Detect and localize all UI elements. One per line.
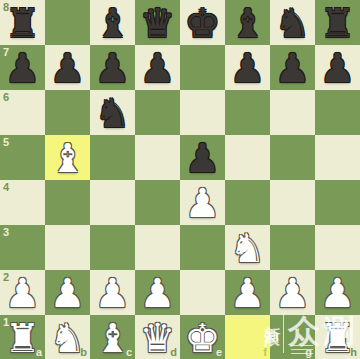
square-a8[interactable]: ♜8 — [0, 0, 45, 45]
square-f2[interactable]: ♟ — [225, 270, 270, 315]
square-f1[interactable]: f — [225, 315, 270, 359]
piece-bP-d7[interactable]: ♟ — [135, 45, 180, 90]
square-b2[interactable]: ♟ — [45, 270, 90, 315]
square-b8[interactable] — [45, 0, 90, 45]
piece-wB-c1[interactable]: ♝ — [90, 315, 135, 359]
square-b5[interactable]: ♝ — [45, 135, 90, 180]
square-a1[interactable]: ♜1a — [0, 315, 45, 359]
square-d6[interactable] — [135, 90, 180, 135]
square-e3[interactable] — [180, 225, 225, 270]
square-f4[interactable] — [225, 180, 270, 225]
piece-wN-f3[interactable]: ♞ — [225, 225, 270, 270]
piece-bP-e5[interactable]: ♟ — [180, 135, 225, 180]
chess-board: ♜8♝♛♚♝♞♜♟7♟♟♟♟♟♟6♞5♝♟4♟3♞♟2♟♟♟♟♟♟♜1a♞b♝c… — [0, 0, 360, 359]
square-a2[interactable]: ♟2 — [0, 270, 45, 315]
piece-bP-a7[interactable]: ♟ — [0, 45, 45, 90]
piece-bQ-d8[interactable]: ♛ — [135, 0, 180, 45]
square-d1[interactable]: ♛d — [135, 315, 180, 359]
square-g7[interactable]: ♟ — [270, 45, 315, 90]
coord-rank-6: 6 — [3, 92, 9, 103]
piece-bP-b7[interactable]: ♟ — [45, 45, 90, 90]
square-e4[interactable]: ♟ — [180, 180, 225, 225]
square-b1[interactable]: ♞b — [45, 315, 90, 359]
square-b6[interactable] — [45, 90, 90, 135]
square-c6[interactable]: ♞ — [90, 90, 135, 135]
piece-bB-c8[interactable]: ♝ — [90, 0, 135, 45]
piece-bB-f8[interactable]: ♝ — [225, 0, 270, 45]
square-g5[interactable] — [270, 135, 315, 180]
coord-rank-4: 4 — [3, 182, 9, 193]
piece-bK-e8[interactable]: ♚ — [180, 0, 225, 45]
square-h4[interactable] — [315, 180, 360, 225]
piece-wB-b5[interactable]: ♝ — [45, 135, 90, 180]
square-b7[interactable]: ♟ — [45, 45, 90, 90]
square-g1[interactable]: g — [270, 315, 315, 359]
square-f3[interactable]: ♞ — [225, 225, 270, 270]
piece-wP-e4[interactable]: ♟ — [180, 180, 225, 225]
piece-bR-h8[interactable]: ♜ — [315, 0, 360, 45]
piece-wP-f2[interactable]: ♟ — [225, 270, 270, 315]
square-c4[interactable] — [90, 180, 135, 225]
square-a6[interactable]: 6 — [0, 90, 45, 135]
coord-file-f: f — [263, 347, 267, 358]
piece-wP-b2[interactable]: ♟ — [45, 270, 90, 315]
square-a4[interactable]: 4 — [0, 180, 45, 225]
square-h7[interactable]: ♟ — [315, 45, 360, 90]
piece-wN-b1[interactable]: ♞ — [45, 315, 90, 359]
square-d5[interactable] — [135, 135, 180, 180]
piece-wP-c2[interactable]: ♟ — [90, 270, 135, 315]
square-e5[interactable]: ♟ — [180, 135, 225, 180]
square-g2[interactable]: ♟ — [270, 270, 315, 315]
square-c7[interactable]: ♟ — [90, 45, 135, 90]
square-a7[interactable]: ♟7 — [0, 45, 45, 90]
square-f7[interactable]: ♟ — [225, 45, 270, 90]
coord-rank-5: 5 — [3, 137, 9, 148]
piece-wP-h2[interactable]: ♟ — [315, 270, 360, 315]
piece-bP-c7[interactable]: ♟ — [90, 45, 135, 90]
piece-bP-f7[interactable]: ♟ — [225, 45, 270, 90]
piece-wQ-d1[interactable]: ♛ — [135, 315, 180, 359]
square-b3[interactable] — [45, 225, 90, 270]
piece-wP-g2[interactable]: ♟ — [270, 270, 315, 315]
square-c1[interactable]: ♝c — [90, 315, 135, 359]
coord-file-g: g — [305, 347, 312, 358]
square-e7[interactable] — [180, 45, 225, 90]
square-c2[interactable]: ♟ — [90, 270, 135, 315]
square-d7[interactable]: ♟ — [135, 45, 180, 90]
square-f5[interactable] — [225, 135, 270, 180]
square-h3[interactable] — [315, 225, 360, 270]
square-f8[interactable]: ♝ — [225, 0, 270, 45]
square-a3[interactable]: 3 — [0, 225, 45, 270]
piece-wR-a1[interactable]: ♜ — [0, 315, 45, 359]
square-e8[interactable]: ♚ — [180, 0, 225, 45]
square-h5[interactable] — [315, 135, 360, 180]
square-h2[interactable]: ♟ — [315, 270, 360, 315]
piece-bR-a8[interactable]: ♜ — [0, 0, 45, 45]
piece-bN-c6[interactable]: ♞ — [90, 90, 135, 135]
square-d4[interactable] — [135, 180, 180, 225]
square-g4[interactable] — [270, 180, 315, 225]
square-h8[interactable]: ♜ — [315, 0, 360, 45]
square-a5[interactable]: 5 — [0, 135, 45, 180]
square-h1[interactable]: ♜h — [315, 315, 360, 359]
square-h6[interactable] — [315, 90, 360, 135]
square-c8[interactable]: ♝ — [90, 0, 135, 45]
piece-wK-e1[interactable]: ♚ — [180, 315, 225, 359]
piece-wP-a2[interactable]: ♟ — [0, 270, 45, 315]
square-g8[interactable]: ♞ — [270, 0, 315, 45]
piece-bP-h7[interactable]: ♟ — [315, 45, 360, 90]
square-c5[interactable] — [90, 135, 135, 180]
square-d2[interactable]: ♟ — [135, 270, 180, 315]
piece-bP-g7[interactable]: ♟ — [270, 45, 315, 90]
square-d8[interactable]: ♛ — [135, 0, 180, 45]
square-c3[interactable] — [90, 225, 135, 270]
square-e6[interactable] — [180, 90, 225, 135]
piece-wP-d2[interactable]: ♟ — [135, 270, 180, 315]
square-f6[interactable] — [225, 90, 270, 135]
square-g3[interactable] — [270, 225, 315, 270]
piece-wR-h1[interactable]: ♜ — [315, 315, 360, 359]
piece-bN-g8[interactable]: ♞ — [270, 0, 315, 45]
square-e2[interactable] — [180, 270, 225, 315]
square-g6[interactable] — [270, 90, 315, 135]
square-e1[interactable]: ♚e — [180, 315, 225, 359]
coord-rank-3: 3 — [3, 227, 9, 238]
square-d3[interactable] — [135, 225, 180, 270]
square-b4[interactable] — [45, 180, 90, 225]
